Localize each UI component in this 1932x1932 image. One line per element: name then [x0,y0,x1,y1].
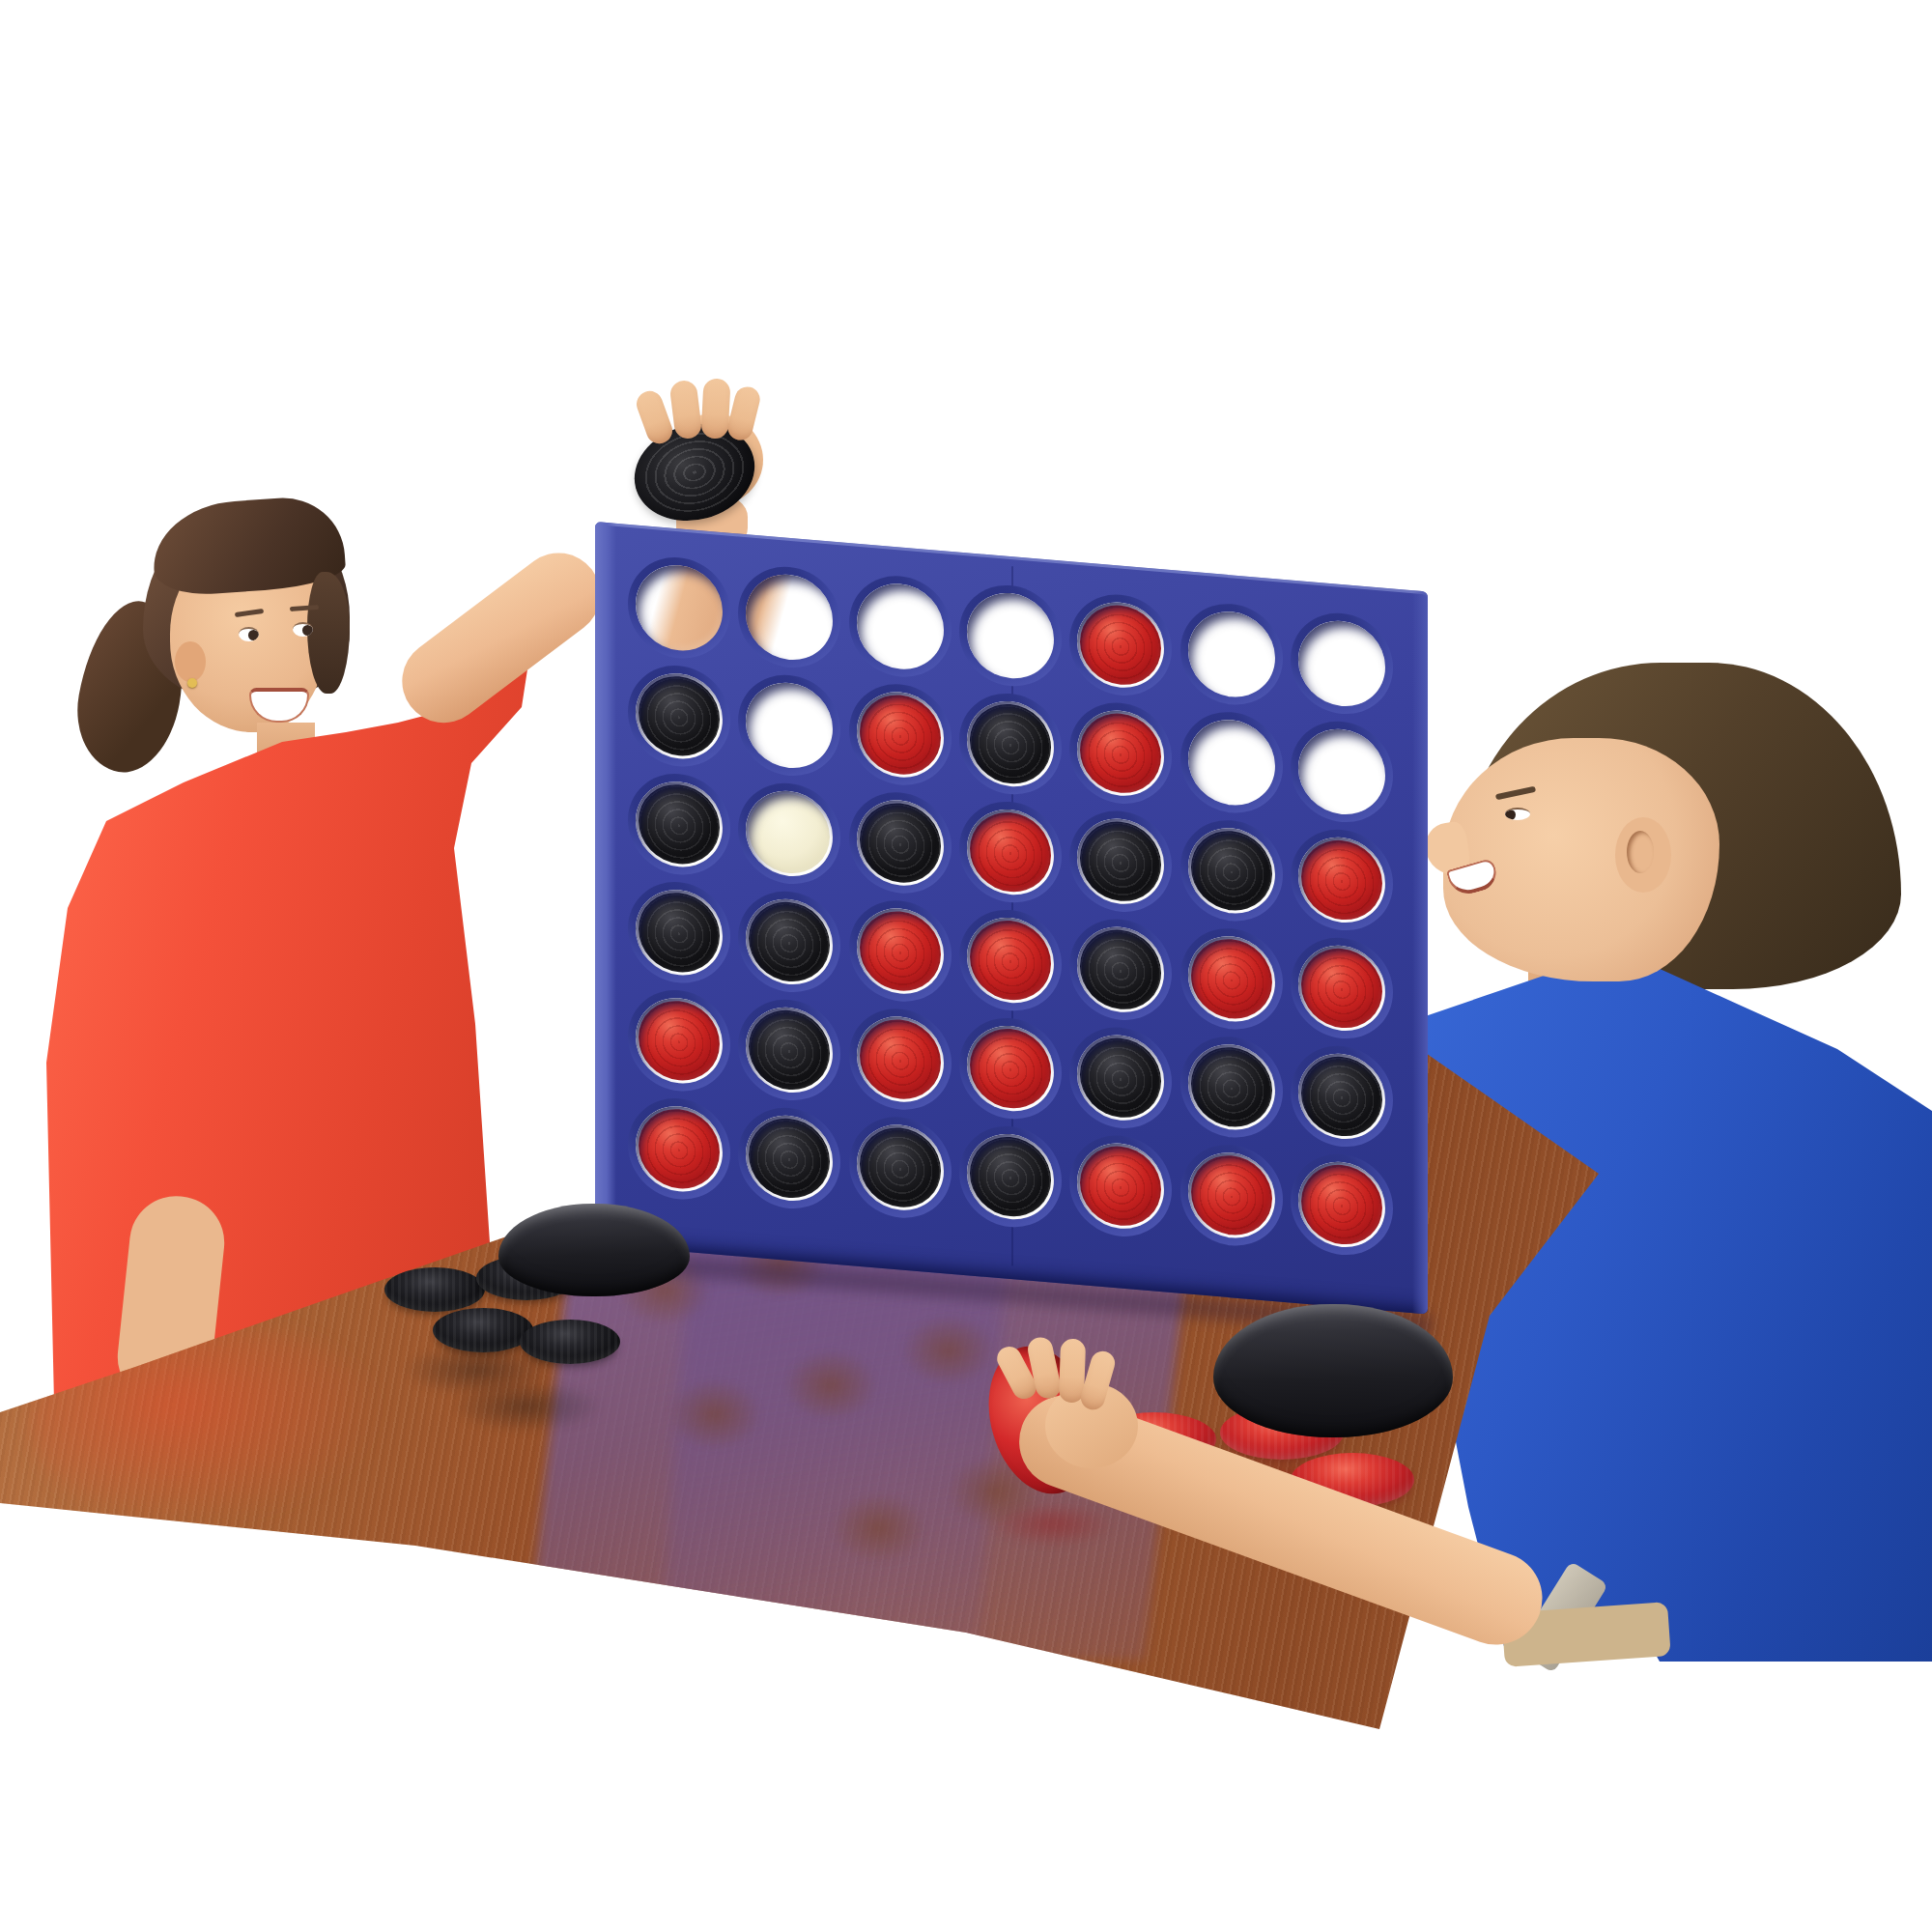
boy-eye [1505,808,1530,820]
cell-r5c3 [845,1001,955,1119]
girl-earring [187,678,197,688]
disc-reflection [902,1316,995,1385]
girl-ear [175,641,206,682]
girl-hair-side [307,572,350,694]
cell-r2c5 [1065,695,1176,812]
cell-r2c7 [1287,713,1397,831]
black-disc-flat [384,1267,485,1312]
girl-finger [725,384,763,443]
cell-r6c5 [1065,1127,1176,1245]
black-disc [970,1134,1051,1220]
black-disc [1080,926,1161,1012]
cell-r6c1 [624,1091,734,1208]
black-disc [639,890,720,976]
board-right-edge [1412,590,1428,1314]
cell-r1c6 [1176,596,1286,714]
cell-r4c4 [955,901,1065,1019]
cell-r3c7 [1287,821,1397,939]
red-disc [639,1106,720,1192]
cell-r5c6 [1176,1029,1286,1147]
cell-r6c2 [734,1099,844,1217]
cell-r2c3 [845,676,955,794]
black-disc [860,800,941,886]
black-disc [639,781,720,867]
red-disc [970,810,1051,895]
cell-r2c6 [1176,704,1286,822]
red-disc [1080,710,1161,796]
cell-r6c3 [845,1109,955,1227]
black-disc-flat [433,1308,533,1352]
cell-r6c7 [1287,1146,1397,1264]
black-disc [749,1115,830,1201]
cell-r3c5 [1065,803,1176,921]
black-disc [749,1007,830,1093]
cell-r6c4 [955,1118,1065,1236]
cell-r1c7 [1287,605,1397,723]
cell-r3c1 [624,766,734,884]
cell-r5c4 [955,1009,1065,1127]
cell-r1c5 [1065,586,1176,704]
board-grid [624,550,1397,1264]
cell-r1c3 [845,568,955,686]
board-left-edge [595,522,616,1246]
connect-four-board [595,522,1428,1314]
red-disc-reflection [995,1503,1111,1546]
black-disc [749,898,830,984]
black-disc [1080,1035,1161,1121]
cell-r1c2 [734,558,844,676]
disc-reflection [668,1379,761,1449]
cell-r6c6 [1176,1137,1286,1255]
cell-r1c1 [624,550,734,668]
black-disc [860,1124,941,1210]
black-disc [1080,818,1161,904]
cream-disc [749,790,830,876]
red-disc [1301,945,1382,1031]
red-disc [860,1016,941,1102]
photo-connect-four-scene: { "game": "connect-four", "board": { "ro… [0,0,1932,1932]
cell-r5c5 [1065,1019,1176,1137]
cell-r3c4 [955,793,1065,911]
girl-finger [633,387,676,447]
disc-reflection [833,1493,925,1563]
boy-ear [1615,817,1671,893]
red-disc [1301,1161,1382,1247]
girl-eye [239,627,259,641]
red-disc [970,1026,1051,1112]
red-disc [639,998,720,1084]
red-disc [1080,1143,1161,1229]
cell-r4c2 [734,883,844,1001]
cell-r4c5 [1065,911,1176,1029]
cell-r4c3 [845,893,955,1010]
cell-r5c7 [1287,1037,1397,1155]
red-disc [970,918,1051,1004]
red-disc [860,692,941,778]
disc-reflection [784,1350,877,1420]
cell-r4c7 [1287,929,1397,1047]
girl-eye [293,622,313,637]
red-disc [1301,837,1382,923]
cell-r2c2 [734,667,844,784]
black-disc [1191,828,1272,914]
black-disc [639,673,720,759]
cell-r1c4 [955,577,1065,695]
black-disc [1301,1053,1382,1139]
red-disc [1191,936,1272,1022]
black-disc [1191,1044,1272,1130]
board-base-right [1213,1304,1453,1437]
cell-r2c1 [624,658,734,776]
red-disc [860,908,941,994]
black-disc [970,701,1051,787]
cell-r3c3 [845,784,955,902]
black-disc-flat [520,1320,620,1364]
cell-r4c1 [624,874,734,992]
red-disc [1191,1152,1272,1238]
cell-r3c2 [734,775,844,893]
red-disc [1080,602,1161,688]
black-discs-reflection [454,1381,599,1432]
cell-r5c1 [624,982,734,1100]
girl-finger [700,378,730,439]
cell-r2c4 [955,685,1065,803]
cell-r3c6 [1176,812,1286,930]
cell-r4c6 [1176,921,1286,1038]
cell-r5c2 [734,991,844,1109]
board-base-left [498,1204,690,1296]
